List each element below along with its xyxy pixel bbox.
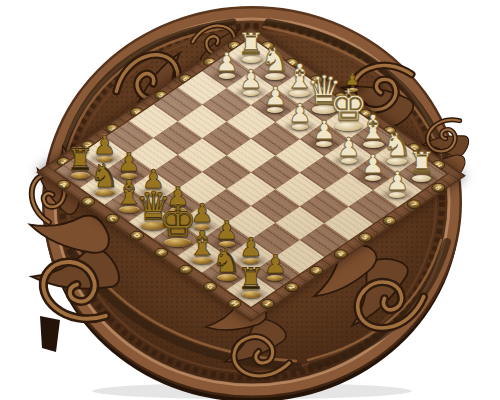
floor-shadow bbox=[92, 383, 412, 399]
chess-table-photo: AA88BB77CC66DD55EE44FF33GG22HH11 ♜♞♝♛♚♝♞… bbox=[0, 0, 500, 400]
table-leg bbox=[40, 316, 60, 352]
piece-glyph: ♟ bbox=[374, 164, 420, 198]
white-rook[interactable]: ♜ bbox=[228, 260, 274, 298]
black-pawn[interactable]: ♟ bbox=[374, 164, 420, 198]
piece-glyph: ♜ bbox=[228, 260, 274, 298]
